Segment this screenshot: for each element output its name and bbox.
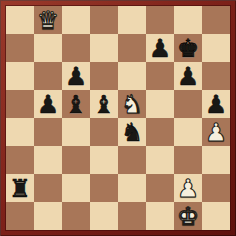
square-b3[interactable] — [34, 146, 62, 174]
piece-black-pawn[interactable]: ♟ — [62, 62, 90, 90]
square-f6[interactable] — [146, 62, 174, 90]
square-f8[interactable] — [146, 6, 174, 34]
square-a4[interactable] — [6, 118, 34, 146]
square-f1[interactable] — [146, 202, 174, 230]
square-f5[interactable] — [146, 90, 174, 118]
square-g8[interactable] — [174, 6, 202, 34]
square-b8[interactable]: ♛ — [34, 6, 62, 34]
square-e2[interactable] — [118, 174, 146, 202]
square-g2[interactable]: ♟ — [174, 174, 202, 202]
square-a2[interactable]: ♜ — [6, 174, 34, 202]
square-c6[interactable]: ♟ — [62, 62, 90, 90]
square-a7[interactable] — [6, 34, 34, 62]
piece-black-rook[interactable]: ♜ — [6, 174, 34, 202]
square-c2[interactable] — [62, 174, 90, 202]
square-d5[interactable]: ♝ — [90, 90, 118, 118]
square-a6[interactable] — [6, 62, 34, 90]
square-e5[interactable]: ♞ — [118, 90, 146, 118]
square-g1[interactable]: ♚ — [174, 202, 202, 230]
square-h4[interactable]: ♟ — [202, 118, 230, 146]
square-h5[interactable]: ♟ — [202, 90, 230, 118]
square-b6[interactable] — [34, 62, 62, 90]
square-e4[interactable]: ♞ — [118, 118, 146, 146]
piece-white-king[interactable]: ♚ — [174, 202, 202, 230]
square-h2[interactable] — [202, 174, 230, 202]
square-c8[interactable] — [62, 6, 90, 34]
piece-white-knight[interactable]: ♞ — [118, 90, 146, 118]
square-c5[interactable]: ♝ — [62, 90, 90, 118]
square-d1[interactable] — [90, 202, 118, 230]
square-d4[interactable] — [90, 118, 118, 146]
piece-black-king[interactable]: ♚ — [174, 34, 202, 62]
square-g6[interactable]: ♟ — [174, 62, 202, 90]
piece-black-pawn[interactable]: ♟ — [202, 90, 230, 118]
square-b7[interactable] — [34, 34, 62, 62]
square-f2[interactable] — [146, 174, 174, 202]
piece-black-pawn[interactable]: ♟ — [146, 34, 174, 62]
piece-black-knight[interactable]: ♞ — [118, 118, 146, 146]
square-h8[interactable] — [202, 6, 230, 34]
piece-black-bishop[interactable]: ♝ — [90, 90, 118, 118]
square-c4[interactable] — [62, 118, 90, 146]
square-c7[interactable] — [62, 34, 90, 62]
piece-black-pawn[interactable]: ♟ — [34, 90, 62, 118]
piece-white-queen[interactable]: ♛ — [34, 6, 62, 34]
square-f7[interactable]: ♟ — [146, 34, 174, 62]
square-h1[interactable] — [202, 202, 230, 230]
square-g3[interactable] — [174, 146, 202, 174]
piece-black-bishop[interactable]: ♝ — [62, 90, 90, 118]
square-f3[interactable] — [146, 146, 174, 174]
square-d8[interactable] — [90, 6, 118, 34]
square-b5[interactable]: ♟ — [34, 90, 62, 118]
board-frame: ♛♟♚♟♟♟♝♝♞♟♞♟♜♟♚ — [0, 0, 236, 236]
square-f4[interactable] — [146, 118, 174, 146]
square-b4[interactable] — [34, 118, 62, 146]
square-d2[interactable] — [90, 174, 118, 202]
square-h3[interactable] — [202, 146, 230, 174]
square-c1[interactable] — [62, 202, 90, 230]
square-a1[interactable] — [6, 202, 34, 230]
square-a3[interactable] — [6, 146, 34, 174]
square-g7[interactable]: ♚ — [174, 34, 202, 62]
square-e6[interactable] — [118, 62, 146, 90]
square-h6[interactable] — [202, 62, 230, 90]
square-d7[interactable] — [90, 34, 118, 62]
square-e8[interactable] — [118, 6, 146, 34]
square-a5[interactable] — [6, 90, 34, 118]
square-d6[interactable] — [90, 62, 118, 90]
square-b2[interactable] — [34, 174, 62, 202]
chess-board: ♛♟♚♟♟♟♝♝♞♟♞♟♜♟♚ — [6, 6, 230, 230]
square-b1[interactable] — [34, 202, 62, 230]
square-a8[interactable] — [6, 6, 34, 34]
square-e1[interactable] — [118, 202, 146, 230]
square-e3[interactable] — [118, 146, 146, 174]
square-d3[interactable] — [90, 146, 118, 174]
square-g5[interactable] — [174, 90, 202, 118]
square-c3[interactable] — [62, 146, 90, 174]
square-e7[interactable] — [118, 34, 146, 62]
piece-white-pawn[interactable]: ♟ — [202, 118, 230, 146]
piece-white-pawn[interactable]: ♟ — [174, 174, 202, 202]
square-g4[interactable] — [174, 118, 202, 146]
square-h7[interactable] — [202, 34, 230, 62]
piece-black-pawn[interactable]: ♟ — [174, 62, 202, 90]
